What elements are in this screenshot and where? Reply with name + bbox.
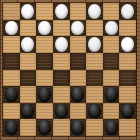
white-piece[interactable] <box>88 37 101 52</box>
square-d3[interactable] <box>53 86 70 103</box>
square-h1[interactable] <box>119 119 136 136</box>
black-piece[interactable] <box>5 87 18 102</box>
square-g1[interactable] <box>103 119 120 136</box>
black-piece[interactable] <box>71 120 84 135</box>
square-e3[interactable] <box>70 86 87 103</box>
square-f8[interactable] <box>86 3 103 20</box>
square-c8[interactable] <box>36 3 53 20</box>
white-piece[interactable] <box>121 37 134 52</box>
square-f5[interactable] <box>86 53 103 70</box>
square-d4[interactable] <box>53 70 70 87</box>
square-g8[interactable] <box>103 3 120 20</box>
square-a7[interactable] <box>3 20 20 37</box>
square-h5[interactable] <box>119 53 136 70</box>
square-b6[interactable] <box>20 36 37 53</box>
white-piece[interactable] <box>5 21 18 36</box>
square-b7[interactable] <box>20 20 37 37</box>
black-piece[interactable] <box>38 120 51 135</box>
square-a2[interactable] <box>3 103 20 120</box>
square-b2[interactable] <box>20 103 37 120</box>
square-e2[interactable] <box>70 103 87 120</box>
black-piece[interactable] <box>21 104 34 119</box>
square-g5[interactable] <box>103 53 120 70</box>
square-c6[interactable] <box>36 36 53 53</box>
square-c3[interactable] <box>36 86 53 103</box>
square-c5[interactable] <box>36 53 53 70</box>
black-piece[interactable] <box>5 120 18 135</box>
square-c1[interactable] <box>36 119 53 136</box>
black-piece[interactable] <box>105 120 118 135</box>
white-piece[interactable] <box>121 4 134 19</box>
square-e1[interactable] <box>70 119 87 136</box>
white-piece[interactable] <box>105 21 118 36</box>
white-piece[interactable] <box>21 37 34 52</box>
black-piece[interactable] <box>38 87 51 102</box>
white-piece[interactable] <box>38 21 51 36</box>
square-e5[interactable] <box>70 53 87 70</box>
square-b5[interactable] <box>20 53 37 70</box>
square-d2[interactable] <box>53 103 70 120</box>
black-piece[interactable] <box>105 87 118 102</box>
board-frame <box>0 0 140 140</box>
black-piece[interactable] <box>55 104 68 119</box>
square-f7[interactable] <box>86 20 103 37</box>
square-e8[interactable] <box>70 3 87 20</box>
black-piece[interactable] <box>71 87 84 102</box>
square-d5[interactable] <box>53 53 70 70</box>
square-a4[interactable] <box>3 70 20 87</box>
square-f3[interactable] <box>86 86 103 103</box>
square-g4[interactable] <box>103 70 120 87</box>
square-a6[interactable] <box>3 36 20 53</box>
checkers-board <box>3 3 136 136</box>
black-piece[interactable] <box>121 104 134 119</box>
square-b1[interactable] <box>20 119 37 136</box>
square-f6[interactable] <box>86 36 103 53</box>
square-h3[interactable] <box>119 86 136 103</box>
square-d8[interactable] <box>53 3 70 20</box>
square-h2[interactable] <box>119 103 136 120</box>
square-f2[interactable] <box>86 103 103 120</box>
square-a8[interactable] <box>3 3 20 20</box>
white-piece[interactable] <box>88 4 101 19</box>
square-e6[interactable] <box>70 36 87 53</box>
square-h8[interactable] <box>119 3 136 20</box>
square-g7[interactable] <box>103 20 120 37</box>
square-c4[interactable] <box>36 70 53 87</box>
square-a3[interactable] <box>3 86 20 103</box>
white-piece[interactable] <box>55 4 68 19</box>
square-f1[interactable] <box>86 119 103 136</box>
square-h7[interactable] <box>119 20 136 37</box>
white-piece[interactable] <box>21 4 34 19</box>
square-c7[interactable] <box>36 20 53 37</box>
black-piece[interactable] <box>88 104 101 119</box>
square-g6[interactable] <box>103 36 120 53</box>
square-g2[interactable] <box>103 103 120 120</box>
square-b8[interactable] <box>20 3 37 20</box>
square-h6[interactable] <box>119 36 136 53</box>
square-c2[interactable] <box>36 103 53 120</box>
square-b3[interactable] <box>20 86 37 103</box>
square-f4[interactable] <box>86 70 103 87</box>
square-a1[interactable] <box>3 119 20 136</box>
square-h4[interactable] <box>119 70 136 87</box>
square-b4[interactable] <box>20 70 37 87</box>
square-e7[interactable] <box>70 20 87 37</box>
square-d7[interactable] <box>53 20 70 37</box>
white-piece[interactable] <box>71 21 84 36</box>
white-piece[interactable] <box>55 37 68 52</box>
square-g3[interactable] <box>103 86 120 103</box>
square-a5[interactable] <box>3 53 20 70</box>
square-d6[interactable] <box>53 36 70 53</box>
square-d1[interactable] <box>53 119 70 136</box>
square-e4[interactable] <box>70 70 87 87</box>
